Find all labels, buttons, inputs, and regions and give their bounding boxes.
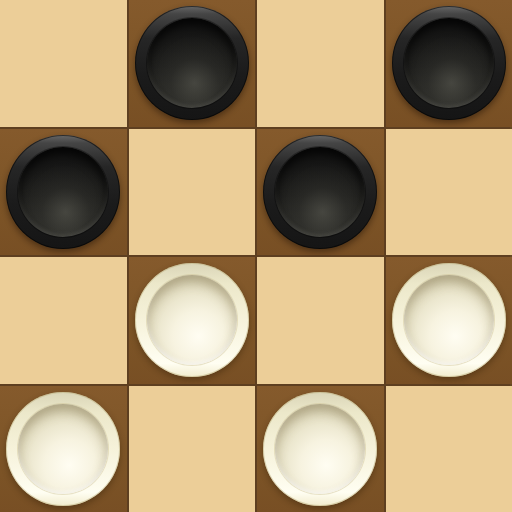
checker-inner-recess — [404, 275, 494, 365]
checker-inner-recess — [404, 18, 494, 108]
square-r4c1-dark[interactable] — [0, 386, 127, 512]
black-checker[interactable] — [135, 6, 249, 120]
square-r1c3-light[interactable] — [257, 0, 384, 127]
square-r3c3-light[interactable] — [257, 257, 384, 384]
white-checker[interactable] — [135, 263, 249, 377]
black-checker[interactable] — [263, 135, 377, 249]
square-r4c3-dark[interactable] — [257, 386, 384, 512]
square-r3c2-dark[interactable] — [129, 257, 256, 384]
square-r1c4-dark[interactable] — [386, 0, 512, 127]
square-r4c2-light[interactable] — [129, 386, 256, 512]
square-r1c2-dark[interactable] — [129, 0, 256, 127]
white-checker[interactable] — [263, 392, 377, 506]
square-r2c3-dark[interactable] — [257, 129, 384, 256]
square-r2c2-light[interactable] — [129, 129, 256, 256]
black-checker[interactable] — [392, 6, 506, 120]
checker-inner-recess — [147, 18, 237, 108]
square-r2c4-light[interactable] — [386, 129, 512, 256]
checker-inner-recess — [275, 404, 365, 494]
white-checker[interactable] — [392, 263, 506, 377]
black-checker[interactable] — [6, 135, 120, 249]
checker-inner-recess — [275, 147, 365, 237]
white-checker[interactable] — [6, 392, 120, 506]
checker-inner-recess — [147, 275, 237, 365]
checkers-board — [0, 0, 512, 512]
square-r2c1-dark[interactable] — [0, 129, 127, 256]
checker-inner-recess — [18, 404, 108, 494]
checker-inner-recess — [18, 147, 108, 237]
square-r3c4-dark[interactable] — [386, 257, 512, 384]
square-r4c4-light[interactable] — [386, 386, 512, 512]
square-r1c1-light[interactable] — [0, 0, 127, 127]
square-r3c1-light[interactable] — [0, 257, 127, 384]
